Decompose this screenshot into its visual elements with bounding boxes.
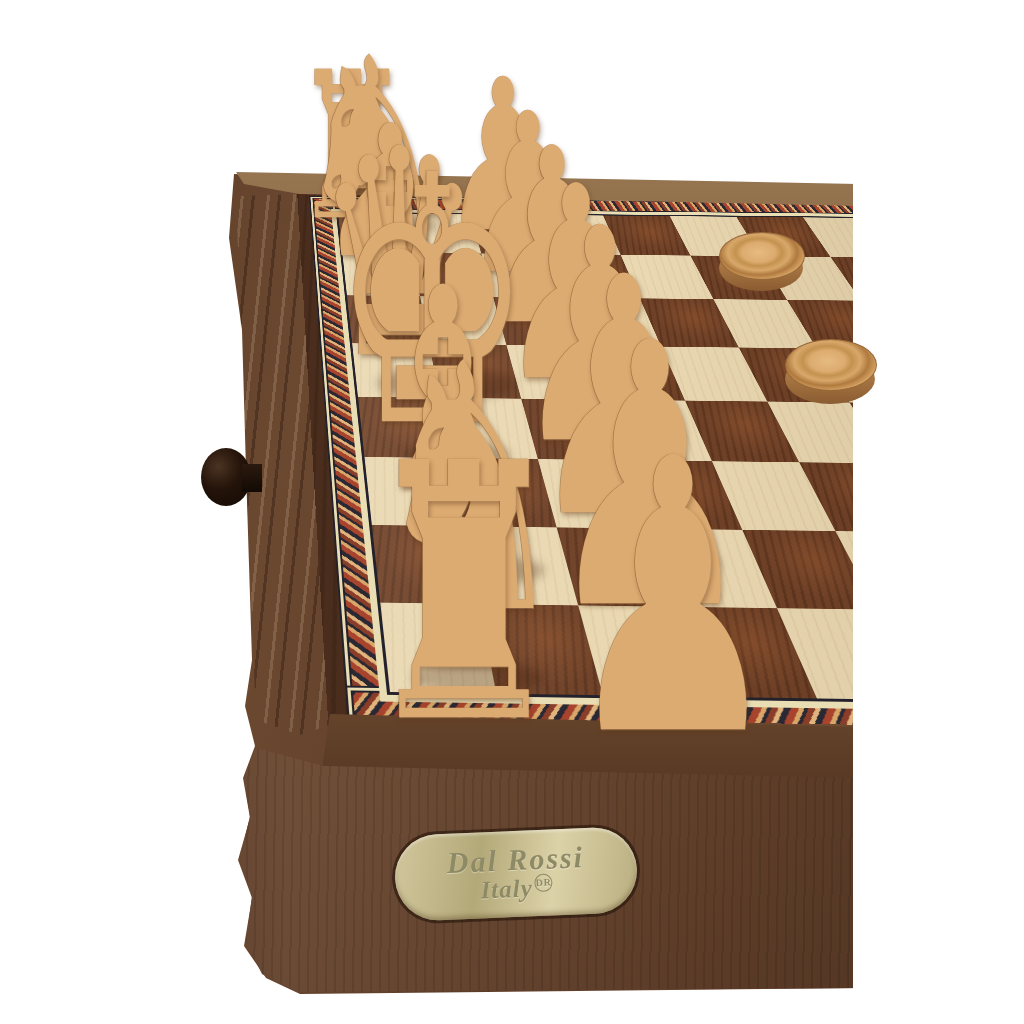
brand-nameplate: Dal Rossi ItalyDR <box>393 826 638 922</box>
brand-country: ItalyDR <box>480 873 553 905</box>
photo-crop-edge <box>853 0 1024 1024</box>
product-photo-chess-box: Dal Rossi ItalyDR ♜♞♝♛♚♝♞♜♟♟♟♟♟♟♟♟ <box>0 0 1024 1024</box>
brand-monogram: DR <box>534 874 553 893</box>
drawer-knob-stem <box>242 464 262 492</box>
brand-name: Dal Rossi <box>446 842 584 878</box>
